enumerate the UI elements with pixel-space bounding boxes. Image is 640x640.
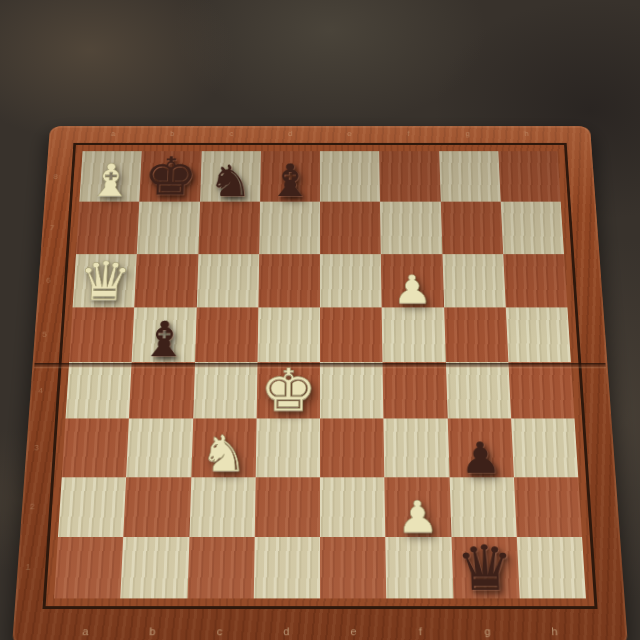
- square-f5[interactable]: [382, 307, 446, 362]
- square-g6[interactable]: [442, 254, 506, 307]
- square-b7[interactable]: [137, 202, 200, 254]
- square-h8[interactable]: [498, 151, 561, 202]
- piece-white-pawn-f6[interactable]: ♟: [392, 269, 432, 308]
- piece-white-bishop-a8[interactable]: ♝: [86, 158, 135, 203]
- square-f4[interactable]: [383, 362, 448, 419]
- square-g3[interactable]: ♟: [447, 419, 513, 477]
- board-hinge-seam: [34, 363, 606, 367]
- square-c5[interactable]: [195, 307, 259, 362]
- rank-label-left-5: 5: [40, 307, 49, 362]
- file-labels-top: abcdefgh: [83, 130, 556, 138]
- piece-black-pawn-g3[interactable]: ♟: [459, 436, 502, 479]
- square-h3[interactable]: [511, 419, 578, 477]
- file-labels-bottom: abcdefgh: [52, 625, 589, 637]
- rank-label-left-6: 6: [44, 254, 52, 307]
- file-label-top-c: c: [202, 130, 261, 138]
- square-f8[interactable]: [379, 151, 440, 202]
- file-label-top-e: e: [320, 130, 379, 138]
- square-b8[interactable]: ♚: [139, 151, 201, 202]
- square-b3[interactable]: [126, 419, 192, 477]
- square-f6[interactable]: ♟: [381, 254, 444, 307]
- rank-label-left-1: 1: [23, 537, 32, 599]
- rank-label-left-4: 4: [36, 362, 45, 419]
- piece-black-king-b8[interactable]: ♚: [142, 151, 198, 204]
- square-a3[interactable]: [62, 419, 129, 477]
- square-d5[interactable]: [257, 307, 320, 362]
- board-grid: ♝♚♞♝♛♟♝♚♞♟♟♛: [54, 151, 586, 598]
- square-a4[interactable]: [65, 362, 131, 419]
- piece-black-bishop-d8[interactable]: ♝: [267, 158, 314, 203]
- file-label-bottom-c: c: [186, 625, 253, 637]
- square-c1[interactable]: [187, 537, 254, 599]
- square-g2[interactable]: [449, 477, 516, 537]
- file-label-bottom-a: a: [52, 625, 120, 637]
- square-g4[interactable]: [445, 362, 510, 419]
- square-d3[interactable]: [255, 419, 320, 477]
- square-c3[interactable]: ♞: [191, 419, 256, 477]
- square-a1[interactable]: [54, 537, 123, 599]
- square-c4[interactable]: [193, 362, 258, 419]
- rank-label-left-2: 2: [28, 477, 37, 537]
- square-e2[interactable]: [320, 477, 386, 537]
- square-f3[interactable]: [384, 419, 449, 477]
- square-d2[interactable]: [254, 477, 320, 537]
- file-label-bottom-e: e: [320, 625, 387, 637]
- square-d7[interactable]: [259, 202, 320, 254]
- square-f7[interactable]: [380, 202, 442, 254]
- square-a5[interactable]: [69, 307, 134, 362]
- file-label-bottom-g: g: [454, 625, 521, 637]
- file-label-bottom-b: b: [119, 625, 186, 637]
- file-label-bottom-d: d: [253, 625, 320, 637]
- play-area: ♝♚♞♝♛♟♝♚♞♟♟♛: [42, 143, 597, 609]
- square-c6[interactable]: [196, 254, 259, 307]
- square-e3[interactable]: [320, 419, 385, 477]
- file-label-bottom-f: f: [387, 625, 454, 637]
- square-h2[interactable]: [514, 477, 582, 537]
- square-h1[interactable]: [517, 537, 586, 599]
- square-b1[interactable]: [121, 537, 189, 599]
- square-h7[interactable]: [501, 202, 564, 254]
- square-e7[interactable]: [320, 202, 381, 254]
- square-c7[interactable]: [198, 202, 260, 254]
- square-a8[interactable]: ♝: [79, 151, 142, 202]
- square-b4[interactable]: [129, 362, 194, 419]
- rank-label-left-7: 7: [48, 202, 56, 254]
- piece-white-queen-a6[interactable]: ♛: [76, 255, 133, 309]
- rank-label-left-8: 8: [52, 151, 60, 202]
- piece-black-queen-g1[interactable]: ♛: [455, 538, 516, 600]
- square-e4[interactable]: [320, 362, 384, 419]
- piece-white-king-d4[interactable]: ♚: [259, 362, 317, 421]
- square-d6[interactable]: [258, 254, 320, 307]
- square-e5[interactable]: [320, 307, 383, 362]
- square-g5[interactable]: [444, 307, 508, 362]
- square-a6[interactable]: ♛: [73, 254, 137, 307]
- board-frame: abcdefgh abcdefgh 87654321 ♝♚♞♝♛♟♝♚♞♟♟♛: [12, 126, 628, 640]
- square-c2[interactable]: [189, 477, 255, 537]
- square-d8[interactable]: ♝: [260, 151, 320, 202]
- file-label-bottom-h: h: [521, 625, 589, 637]
- square-h4[interactable]: [508, 362, 574, 419]
- piece-white-knight-c3[interactable]: ♞: [199, 429, 248, 479]
- piece-black-bishop-b5[interactable]: ♝: [139, 315, 189, 364]
- piece-white-pawn-f2[interactable]: ♟: [397, 494, 440, 538]
- square-g8[interactable]: [439, 151, 501, 202]
- photo-background: abcdefgh abcdefgh 87654321 ♝♚♞♝♛♟♝♚♞♟♟♛: [0, 0, 640, 640]
- square-f2[interactable]: ♟: [385, 477, 451, 537]
- square-d1[interactable]: [254, 537, 320, 599]
- square-e8[interactable]: [320, 151, 380, 202]
- square-b5[interactable]: ♝: [132, 307, 196, 362]
- square-h6[interactable]: [503, 254, 567, 307]
- piece-black-knight-c8[interactable]: ♞: [207, 160, 253, 204]
- file-label-top-f: f: [379, 130, 438, 138]
- square-e1[interactable]: [320, 537, 386, 599]
- file-label-top-a: a: [83, 130, 143, 138]
- square-a2[interactable]: [58, 477, 126, 537]
- square-a7[interactable]: [76, 202, 139, 254]
- rank-label-left-3: 3: [32, 419, 41, 477]
- square-d4[interactable]: ♚: [256, 362, 320, 419]
- chess-board: abcdefgh abcdefgh 87654321 ♝♚♞♝♛♟♝♚♞♟♟♛: [12, 126, 628, 640]
- square-g1[interactable]: ♛: [451, 537, 519, 599]
- square-g7[interactable]: [440, 202, 503, 254]
- square-h5[interactable]: [506, 307, 571, 362]
- file-label-top-h: h: [497, 130, 557, 138]
- square-b6[interactable]: [134, 254, 198, 307]
- square-f1[interactable]: [386, 537, 453, 599]
- file-label-top-g: g: [438, 130, 497, 138]
- file-label-top-b: b: [143, 130, 202, 138]
- square-c8[interactable]: ♞: [200, 151, 261, 202]
- file-label-top-d: d: [261, 130, 320, 138]
- square-e6[interactable]: [320, 254, 382, 307]
- square-b2[interactable]: [123, 477, 190, 537]
